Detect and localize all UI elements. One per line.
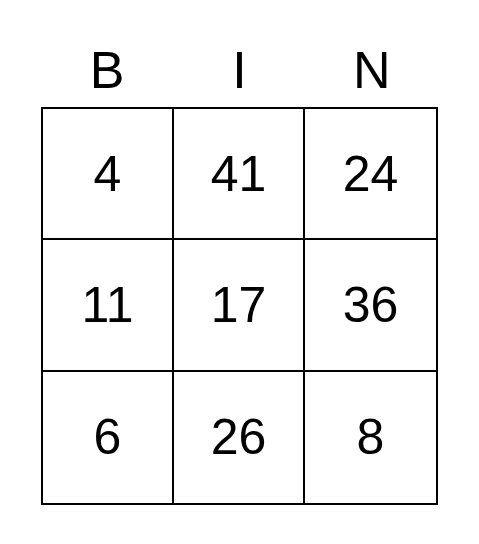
column-header-i: I [232,44,246,96]
cell-r3c3[interactable]: 8 [305,372,436,503]
cell-r1c3[interactable]: 24 [305,109,436,240]
cell-r2c3[interactable]: 36 [305,240,436,371]
cell-r3c2[interactable]: 26 [174,372,305,503]
column-headers: B I N [41,40,438,96]
cell-r2c1[interactable]: 11 [43,240,174,371]
cell-r3c1[interactable]: 6 [43,372,174,503]
column-header-b: B [90,44,125,96]
column-header-n: N [353,44,391,96]
bingo-card: B I N 4 41 24 11 17 36 6 26 8 [0,0,479,544]
bingo-grid: 4 41 24 11 17 36 6 26 8 [41,107,438,505]
cell-r2c2[interactable]: 17 [174,240,305,371]
cell-r1c2[interactable]: 41 [174,109,305,240]
cell-r1c1[interactable]: 4 [43,109,174,240]
